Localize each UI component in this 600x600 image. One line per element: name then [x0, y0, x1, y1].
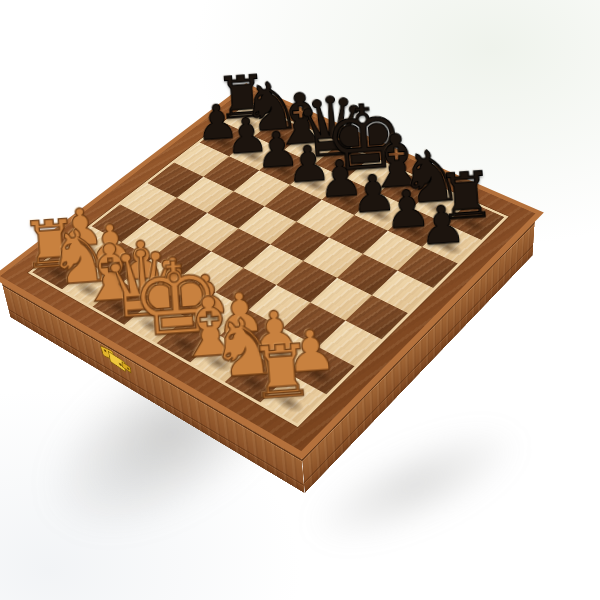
- white-rook-h1[interactable]: ♜: [199, 331, 365, 414]
- photo-stage: ♜♞♝♛♚♝♞♜♟♟♟♟♟♟♟♟♟♟♟♟♟♟♟♟♜♞♝♛♚♝♞♜: [0, 0, 600, 600]
- scene: ♜♞♝♛♚♝♞♜♟♟♟♟♟♟♟♟♟♟♟♟♟♟♟♟♜♞♝♛♚♝♞♜: [0, 0, 600, 600]
- black-pawn-h7[interactable]: ♟: [368, 194, 517, 256]
- chess-box: ♜♞♝♛♚♝♞♜♟♟♟♟♟♟♟♟♟♟♟♟♟♟♟♟♜♞♝♛♚♝♞♜: [2, 123, 541, 501]
- board-lid: ♜♞♝♛♚♝♞♜♟♟♟♟♟♟♟♟♟♟♟♟♟♟♟♟♜♞♝♛♚♝♞♜: [0, 83, 544, 459]
